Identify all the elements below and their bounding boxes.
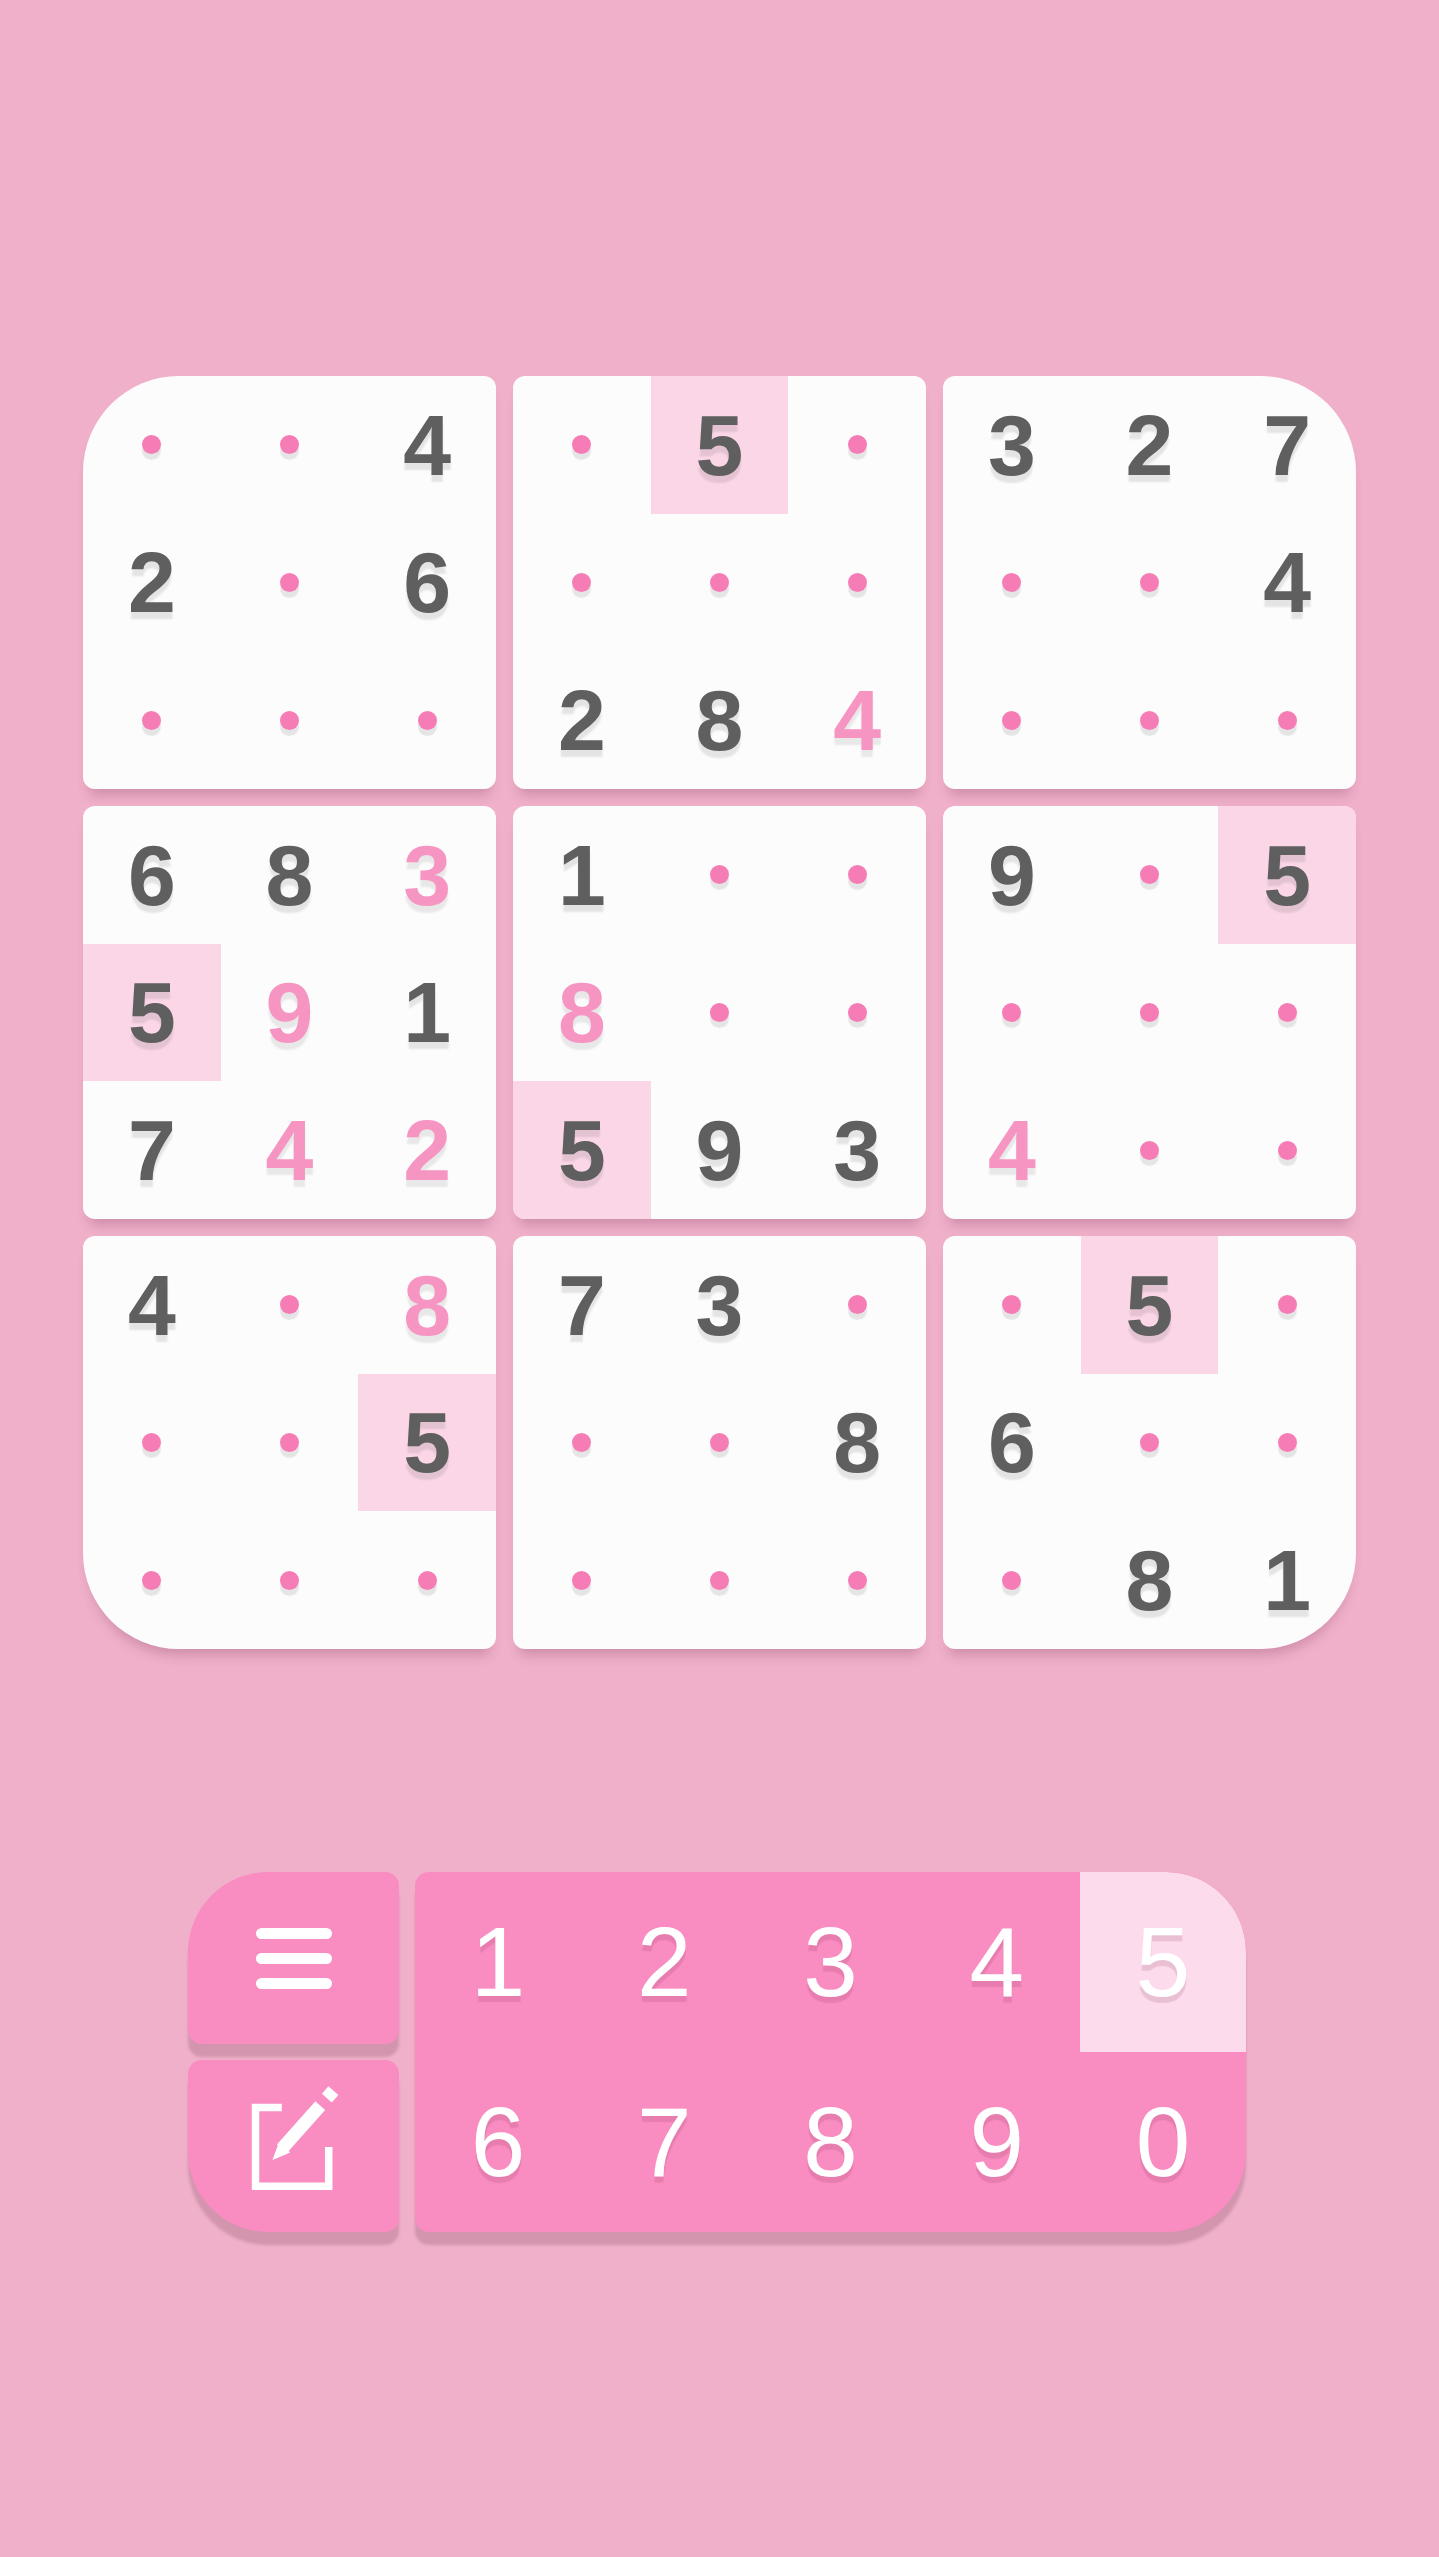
given-digit: 2 <box>128 539 176 625</box>
cell-r7c3[interactable]: 8 <box>358 1236 496 1374</box>
user-digit: 3 <box>403 832 451 918</box>
empty-cell-dot <box>848 573 867 592</box>
key-8[interactable]: 8 <box>747 2052 913 2232</box>
cell-r5c9[interactable] <box>1218 944 1356 1082</box>
user-digit: 9 <box>266 969 314 1055</box>
cell-r2c9[interactable]: 4 <box>1218 514 1356 652</box>
user-digit: 4 <box>988 1107 1036 1193</box>
pencil-edit-icon <box>233 2085 355 2207</box>
block-2-3: 954 <box>943 806 1356 1219</box>
keypad-side-buttons <box>188 1872 399 2232</box>
empty-cell-dot <box>418 1571 437 1590</box>
cell-r6c6[interactable]: 3 <box>788 1081 926 1219</box>
cell-r6c4[interactable]: 5 <box>513 1081 651 1219</box>
user-digit: 8 <box>558 969 606 1055</box>
cell-r5c1[interactable]: 5 <box>83 944 221 1082</box>
key-9[interactable]: 9 <box>914 2052 1080 2232</box>
given-digit: 8 <box>833 1399 881 1485</box>
given-digit: 5 <box>1126 1262 1174 1348</box>
given-digit: 8 <box>266 832 314 918</box>
empty-cell-dot <box>848 1571 867 1590</box>
given-digit: 1 <box>1263 1537 1311 1623</box>
given-digit: 3 <box>696 1262 744 1348</box>
key-7[interactable]: 7 <box>581 2052 747 2232</box>
given-digit: 8 <box>696 677 744 763</box>
user-digit: 8 <box>403 1262 451 1348</box>
given-digit: 7 <box>1263 402 1311 488</box>
cell-r5c7[interactable] <box>943 944 1081 1082</box>
given-digit: 6 <box>128 832 176 918</box>
cell-r5c4[interactable]: 8 <box>513 944 651 1082</box>
cell-r5c5[interactable] <box>651 944 789 1082</box>
empty-cell-dot <box>280 573 299 592</box>
empty-cell-dot <box>142 711 161 730</box>
cell-r6c2[interactable]: 4 <box>221 1081 359 1219</box>
user-digit: 4 <box>266 1107 314 1193</box>
key-2[interactable]: 2 <box>581 1872 747 2052</box>
cell-r3c9[interactable] <box>1218 651 1356 789</box>
cell-r9c9[interactable]: 1 <box>1218 1511 1356 1649</box>
empty-cell-dot <box>848 435 867 454</box>
empty-cell-dot <box>1278 711 1297 730</box>
empty-cell-dot <box>418 711 437 730</box>
block-3-1: 485 <box>83 1236 496 1649</box>
given-digit: 1 <box>558 832 606 918</box>
given-digit: 5 <box>403 1399 451 1485</box>
cell-r1c3[interactable]: 4 <box>358 376 496 514</box>
empty-cell-dot <box>142 1571 161 1590</box>
empty-cell-dot <box>710 865 729 884</box>
hamburger-menu-icon <box>256 1928 332 1989</box>
given-digit: 4 <box>403 402 451 488</box>
given-digit: 5 <box>128 969 176 1055</box>
block-1-1: 426 <box>83 376 496 789</box>
cell-r1c4[interactable] <box>513 376 651 514</box>
cell-r1c2[interactable] <box>221 376 359 514</box>
cell-r4c5[interactable] <box>651 806 789 944</box>
empty-cell-dot <box>280 1571 299 1590</box>
cell-r2c1[interactable]: 2 <box>83 514 221 652</box>
cell-r9c3[interactable] <box>358 1511 496 1649</box>
cell-r6c3[interactable]: 2 <box>358 1081 496 1219</box>
given-digit: 7 <box>558 1262 606 1348</box>
cell-r3c5[interactable]: 8 <box>651 651 789 789</box>
cell-r8c8[interactable] <box>1081 1374 1219 1512</box>
cell-r8c1[interactable] <box>83 1374 221 1512</box>
cell-r1c5[interactable]: 5 <box>651 376 789 514</box>
empty-cell-dot <box>280 1295 299 1314</box>
block-1-2: 5284 <box>513 376 926 789</box>
empty-cell-dot <box>1002 711 1021 730</box>
cell-r9c8[interactable]: 8 <box>1081 1511 1219 1649</box>
cell-r8c6[interactable]: 8 <box>788 1374 926 1512</box>
cell-r3c4[interactable]: 2 <box>513 651 651 789</box>
empty-cell-dot <box>1278 1433 1297 1452</box>
cell-r9c5[interactable] <box>651 1511 789 1649</box>
cell-r9c1[interactable] <box>83 1511 221 1649</box>
empty-cell-dot <box>1002 1571 1021 1590</box>
key-3[interactable]: 3 <box>747 1872 913 2052</box>
cell-r7c6[interactable] <box>788 1236 926 1374</box>
number-keypad: 1234567890 <box>188 1872 1246 2232</box>
block-1-3: 3274 <box>943 376 1356 789</box>
cell-r3c6[interactable]: 4 <box>788 651 926 789</box>
cell-r5c2[interactable]: 9 <box>221 944 359 1082</box>
cell-r4c3[interactable]: 3 <box>358 806 496 944</box>
cell-r5c8[interactable] <box>1081 944 1219 1082</box>
given-digit: 4 <box>1263 539 1311 625</box>
given-digit: 9 <box>696 1107 744 1193</box>
empty-cell-dot <box>142 435 161 454</box>
key-6[interactable]: 6 <box>415 2052 581 2232</box>
empty-cell-dot <box>572 435 591 454</box>
cell-r5c3[interactable]: 1 <box>358 944 496 1082</box>
given-digit: 5 <box>558 1107 606 1193</box>
empty-cell-dot <box>1140 1003 1159 1022</box>
cell-r3c7[interactable] <box>943 651 1081 789</box>
key-4[interactable]: 4 <box>914 1872 1080 2052</box>
cell-r6c5[interactable]: 9 <box>651 1081 789 1219</box>
menu-button[interactable] <box>188 1872 399 2044</box>
cell-r8c4[interactable] <box>513 1374 651 1512</box>
empty-cell-dot <box>142 1433 161 1452</box>
empty-cell-dot <box>1140 1433 1159 1452</box>
user-digit: 2 <box>403 1107 451 1193</box>
notes-toggle-button[interactable] <box>188 2060 399 2232</box>
given-digit: 5 <box>1263 832 1311 918</box>
empty-cell-dot <box>1002 1295 1021 1314</box>
cell-r1c6[interactable] <box>788 376 926 514</box>
cell-r1c8[interactable]: 2 <box>1081 376 1219 514</box>
cell-r1c7[interactable]: 3 <box>943 376 1081 514</box>
cell-r8c5[interactable] <box>651 1374 789 1512</box>
cell-r3c2[interactable] <box>221 651 359 789</box>
key-0[interactable]: 0 <box>1080 2052 1246 2232</box>
sudoku-app-screen: 42652843274683591742185939544857385681 1… <box>0 0 1439 2557</box>
cell-r2c6[interactable] <box>788 514 926 652</box>
given-digit: 2 <box>1126 402 1174 488</box>
empty-cell-dot <box>280 1433 299 1452</box>
given-digit: 8 <box>1126 1537 1174 1623</box>
cell-r6c8[interactable] <box>1081 1081 1219 1219</box>
cell-r3c8[interactable] <box>1081 651 1219 789</box>
number-keys-panel: 1234567890 <box>415 1872 1246 2232</box>
given-digit: 6 <box>988 1399 1036 1485</box>
given-digit: 4 <box>128 1262 176 1348</box>
empty-cell-dot <box>1278 1295 1297 1314</box>
cell-r3c3[interactable] <box>358 651 496 789</box>
cell-r2c7[interactable] <box>943 514 1081 652</box>
empty-cell-dot <box>572 1571 591 1590</box>
empty-cell-dot <box>710 1003 729 1022</box>
empty-cell-dot <box>1278 1141 1297 1160</box>
empty-cell-dot <box>280 711 299 730</box>
given-digit: 3 <box>833 1107 881 1193</box>
empty-cell-dot <box>1140 1141 1159 1160</box>
block-2-2: 18593 <box>513 806 926 1219</box>
cell-r8c7[interactable]: 6 <box>943 1374 1081 1512</box>
given-digit: 5 <box>696 402 744 488</box>
empty-cell-dot <box>848 865 867 884</box>
cell-r7c7[interactable] <box>943 1236 1081 1374</box>
cell-r8c3[interactable]: 5 <box>358 1374 496 1512</box>
key-5[interactable]: 5 <box>1080 1872 1246 2052</box>
cell-r2c3[interactable]: 6 <box>358 514 496 652</box>
cell-r8c9[interactable] <box>1218 1374 1356 1512</box>
empty-cell-dot <box>1002 1003 1021 1022</box>
cell-r4c8[interactable] <box>1081 806 1219 944</box>
cell-r7c8[interactable]: 5 <box>1081 1236 1219 1374</box>
cell-r2c5[interactable] <box>651 514 789 652</box>
empty-cell-dot <box>1140 711 1159 730</box>
empty-cell-dot <box>848 1003 867 1022</box>
cell-r1c9[interactable]: 7 <box>1218 376 1356 514</box>
cell-r4c6[interactable] <box>788 806 926 944</box>
empty-cell-dot <box>572 573 591 592</box>
empty-cell-dot <box>1278 1003 1297 1022</box>
cell-r7c5[interactable]: 3 <box>651 1236 789 1374</box>
cell-r2c8[interactable] <box>1081 514 1219 652</box>
cell-r9c4[interactable] <box>513 1511 651 1649</box>
cell-r9c6[interactable] <box>788 1511 926 1649</box>
empty-cell-dot <box>1002 573 1021 592</box>
cell-r7c1[interactable]: 4 <box>83 1236 221 1374</box>
empty-cell-dot <box>1140 865 1159 884</box>
cell-r2c2[interactable] <box>221 514 359 652</box>
empty-cell-dot <box>848 1295 867 1314</box>
cell-r6c9[interactable] <box>1218 1081 1356 1219</box>
cell-r9c2[interactable] <box>221 1511 359 1649</box>
cell-r4c4[interactable]: 1 <box>513 806 651 944</box>
user-digit: 4 <box>833 677 881 763</box>
cell-r3c1[interactable] <box>83 651 221 789</box>
given-digit: 6 <box>403 539 451 625</box>
cell-r5c6[interactable] <box>788 944 926 1082</box>
cell-r6c1[interactable]: 7 <box>83 1081 221 1219</box>
given-digit: 9 <box>988 832 1036 918</box>
cell-r1c1[interactable] <box>83 376 221 514</box>
given-digit: 2 <box>558 677 606 763</box>
empty-cell-dot <box>1140 573 1159 592</box>
cell-r8c2[interactable] <box>221 1374 359 1512</box>
block-3-3: 5681 <box>943 1236 1356 1649</box>
empty-cell-dot <box>710 1571 729 1590</box>
cell-r7c9[interactable] <box>1218 1236 1356 1374</box>
given-digit: 7 <box>128 1107 176 1193</box>
cell-r4c7[interactable]: 9 <box>943 806 1081 944</box>
cell-r2c4[interactable] <box>513 514 651 652</box>
cell-r9c7[interactable] <box>943 1511 1081 1649</box>
block-3-2: 738 <box>513 1236 926 1649</box>
given-digit: 1 <box>403 969 451 1055</box>
empty-cell-dot <box>710 1433 729 1452</box>
cell-r6c7[interactable]: 4 <box>943 1081 1081 1219</box>
block-2-1: 683591742 <box>83 806 496 1219</box>
key-1[interactable]: 1 <box>415 1872 581 2052</box>
cell-r7c4[interactable]: 7 <box>513 1236 651 1374</box>
cell-r7c2[interactable] <box>221 1236 359 1374</box>
cell-r4c2[interactable]: 8 <box>221 806 359 944</box>
cell-r4c9[interactable]: 5 <box>1218 806 1356 944</box>
empty-cell-dot <box>572 1433 591 1452</box>
given-digit: 3 <box>988 402 1036 488</box>
empty-cell-dot <box>280 435 299 454</box>
empty-cell-dot <box>710 573 729 592</box>
cell-r4c1[interactable]: 6 <box>83 806 221 944</box>
sudoku-board: 42652843274683591742185939544857385681 <box>83 376 1356 1649</box>
